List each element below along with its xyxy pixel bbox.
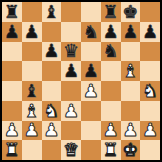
square-b5[interactable] (22, 61, 42, 81)
black-pawn[interactable]: ♟ (122, 23, 138, 41)
square-e4[interactable]: ♟ (81, 81, 101, 101)
square-f2[interactable]: ♟ (101, 121, 121, 141)
square-b7[interactable]: ♟ (22, 22, 42, 42)
white-king[interactable]: ♚ (122, 141, 138, 159)
white-knight[interactable]: ♞ (142, 82, 158, 100)
square-g7[interactable]: ♟ (121, 22, 141, 42)
square-h3[interactable] (140, 101, 160, 121)
square-d3[interactable]: ♟ (61, 101, 81, 121)
square-d2[interactable] (61, 121, 81, 141)
square-h6[interactable] (140, 42, 160, 62)
square-d5[interactable]: ♟ (61, 61, 81, 81)
square-a4[interactable] (2, 81, 22, 101)
square-b3[interactable]: ♝ (22, 101, 42, 121)
black-pawn[interactable]: ♟ (142, 23, 158, 41)
square-d7[interactable] (61, 22, 81, 42)
square-h5[interactable] (140, 61, 160, 81)
square-c6[interactable]: ♟ (42, 42, 62, 62)
square-f3[interactable] (101, 101, 121, 121)
black-pawn[interactable]: ♟ (4, 23, 20, 41)
square-b1[interactable] (22, 140, 42, 160)
square-g1[interactable]: ♚ (121, 140, 141, 160)
square-e2[interactable] (81, 121, 101, 141)
square-d1[interactable]: ♛ (61, 140, 81, 160)
white-queen[interactable]: ♛ (63, 141, 79, 159)
square-e1[interactable] (81, 140, 101, 160)
square-a6[interactable] (2, 42, 22, 62)
white-pawn[interactable]: ♟ (4, 121, 20, 139)
square-a5[interactable] (2, 61, 22, 81)
white-knight[interactable]: ♞ (43, 102, 59, 120)
square-d8[interactable] (61, 2, 81, 22)
square-c7[interactable] (42, 22, 62, 42)
black-bishop[interactable]: ♝ (24, 82, 40, 100)
square-a2[interactable]: ♟ (2, 121, 22, 141)
square-c3[interactable]: ♞ (42, 101, 62, 121)
square-b6[interactable] (22, 42, 42, 62)
square-f6[interactable]: ♞ (101, 42, 121, 62)
square-e7[interactable]: ♞ (81, 22, 101, 42)
black-pawn[interactable]: ♟ (24, 23, 40, 41)
black-king[interactable]: ♚ (122, 3, 138, 21)
white-bishop[interactable]: ♝ (24, 102, 40, 120)
white-rook[interactable]: ♜ (4, 141, 20, 159)
black-knight[interactable]: ♞ (103, 42, 119, 60)
white-pawn[interactable]: ♟ (63, 102, 79, 120)
square-f1[interactable]: ♜ (101, 140, 121, 160)
square-a1[interactable]: ♜ (2, 140, 22, 160)
square-f4[interactable] (101, 81, 121, 101)
square-h1[interactable] (140, 140, 160, 160)
square-b2[interactable]: ♟ (22, 121, 42, 141)
square-g8[interactable]: ♚ (121, 2, 141, 22)
black-rook[interactable]: ♜ (103, 3, 119, 21)
chess-board: ♜♝♜♚♟♟♞♟♟♟♟♛♞♟♟♝♝♟♞♝♞♟♟♟♟♟♟♟♜♛♜♚ (2, 2, 160, 160)
black-pawn[interactable]: ♟ (63, 62, 79, 80)
square-h8[interactable] (140, 2, 160, 22)
square-c1[interactable] (42, 140, 62, 160)
square-c4[interactable] (42, 81, 62, 101)
black-knight[interactable]: ♞ (83, 23, 99, 41)
square-c8[interactable]: ♝ (42, 2, 62, 22)
square-c5[interactable] (42, 61, 62, 81)
square-b8[interactable] (22, 2, 42, 22)
black-bishop[interactable]: ♝ (43, 3, 59, 21)
black-pawn[interactable]: ♟ (83, 62, 99, 80)
square-d6[interactable]: ♛ (61, 42, 81, 62)
square-b4[interactable]: ♝ (22, 81, 42, 101)
square-a3[interactable] (2, 101, 22, 121)
square-f5[interactable] (101, 61, 121, 81)
white-pawn[interactable]: ♟ (24, 121, 40, 139)
white-rook[interactable]: ♜ (103, 141, 119, 159)
square-e8[interactable] (81, 2, 101, 22)
black-queen[interactable]: ♛ (63, 42, 79, 60)
square-g5[interactable]: ♝ (121, 61, 141, 81)
square-h2[interactable]: ♟ (140, 121, 160, 141)
square-h4[interactable]: ♞ (140, 81, 160, 101)
square-a8[interactable]: ♜ (2, 2, 22, 22)
square-e3[interactable] (81, 101, 101, 121)
square-h7[interactable]: ♟ (140, 22, 160, 42)
black-pawn[interactable]: ♟ (43, 42, 59, 60)
black-pawn[interactable]: ♟ (103, 23, 119, 41)
white-pawn[interactable]: ♟ (142, 121, 158, 139)
square-g4[interactable] (121, 81, 141, 101)
square-a7[interactable]: ♟ (2, 22, 22, 42)
square-d4[interactable] (61, 81, 81, 101)
white-pawn[interactable]: ♟ (83, 82, 99, 100)
black-rook[interactable]: ♜ (4, 3, 20, 21)
white-bishop[interactable]: ♝ (122, 62, 138, 80)
square-g6[interactable] (121, 42, 141, 62)
square-e5[interactable]: ♟ (81, 61, 101, 81)
chess-board-frame: ♜♝♜♚♟♟♞♟♟♟♟♛♞♟♟♝♝♟♞♝♞♟♟♟♟♟♟♟♜♛♜♚ (0, 0, 162, 162)
square-c2[interactable]: ♟ (42, 121, 62, 141)
square-g3[interactable] (121, 101, 141, 121)
white-pawn[interactable]: ♟ (122, 121, 138, 139)
square-e6[interactable] (81, 42, 101, 62)
white-pawn[interactable]: ♟ (43, 121, 59, 139)
square-g2[interactable]: ♟ (121, 121, 141, 141)
square-f7[interactable]: ♟ (101, 22, 121, 42)
white-pawn[interactable]: ♟ (103, 121, 119, 139)
square-f8[interactable]: ♜ (101, 2, 121, 22)
